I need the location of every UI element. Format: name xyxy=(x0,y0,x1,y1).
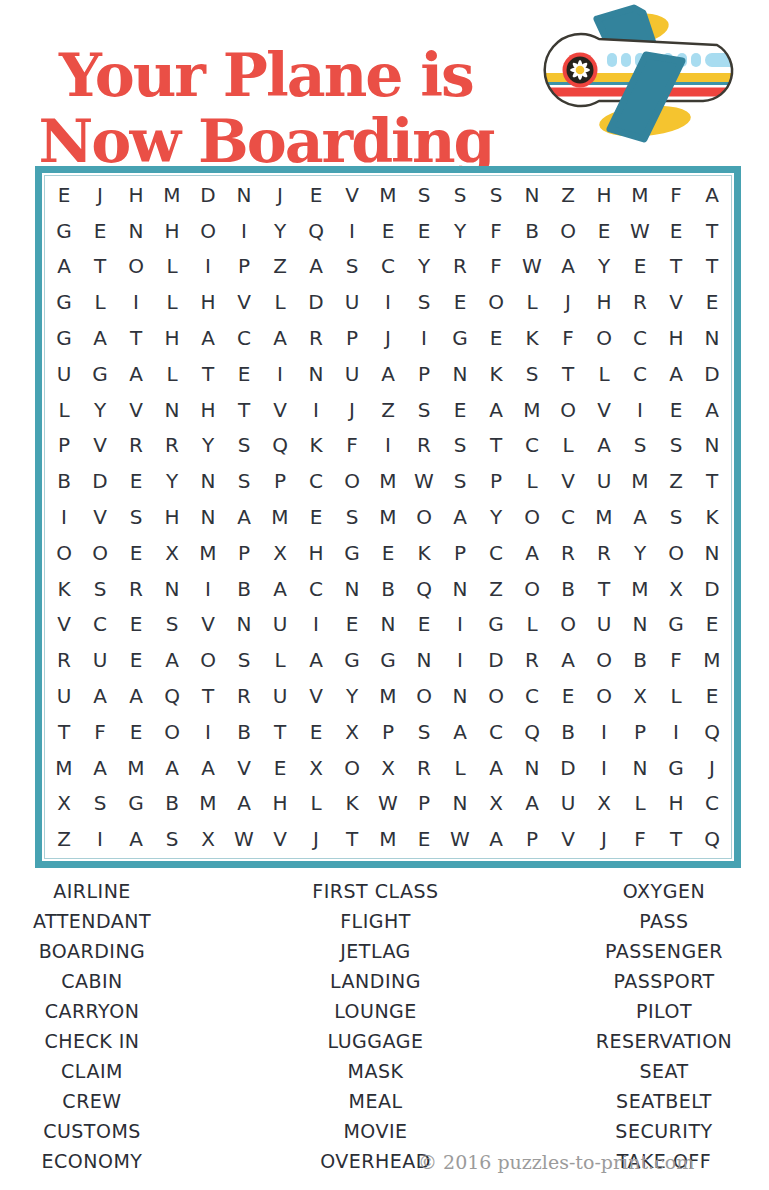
grid-cell: E xyxy=(622,249,658,285)
grid-cell: L xyxy=(298,785,334,821)
grid-cell: I xyxy=(118,284,154,320)
grid-cell: E xyxy=(658,213,694,249)
grid-cell: E xyxy=(694,678,730,714)
grid-cell: M xyxy=(586,499,622,535)
grid-cell: W xyxy=(406,463,442,499)
grid-cell: F xyxy=(550,320,586,356)
word-list-item: RESERVATION xyxy=(568,1026,760,1056)
grid-cell: W xyxy=(442,821,478,857)
grid-cell: Y xyxy=(334,678,370,714)
grid-cell: B xyxy=(226,571,262,607)
grid-cell: T xyxy=(586,571,622,607)
grid-cell: S xyxy=(334,249,370,285)
grid-cell: L xyxy=(586,356,622,392)
grid-cell: H xyxy=(190,392,226,428)
grid-cell: O xyxy=(478,284,514,320)
grid-cell: R xyxy=(406,750,442,786)
word-list-item: ATTENDANT xyxy=(3,906,181,936)
word-list-item: FLIGHT xyxy=(283,906,468,936)
grid-cell: V xyxy=(262,392,298,428)
grid-cell: Z xyxy=(370,392,406,428)
grid-cell: U xyxy=(586,463,622,499)
grid-cell: G xyxy=(334,535,370,571)
grid-cell: V xyxy=(226,284,262,320)
grid-cell: L xyxy=(154,284,190,320)
grid-cell: I xyxy=(442,606,478,642)
grid-cell: A xyxy=(82,750,118,786)
grid-cell: R xyxy=(622,284,658,320)
grid-cell: A xyxy=(550,249,586,285)
grid-cell: M xyxy=(370,821,406,857)
grid-cell: A xyxy=(694,392,730,428)
word-list-item: CARRYON xyxy=(3,996,181,1026)
grid-cell: U xyxy=(334,284,370,320)
grid-cell: N xyxy=(298,356,334,392)
grid-cell: I xyxy=(370,428,406,464)
grid-cell: U xyxy=(46,678,82,714)
word-list-item: SECURITY xyxy=(568,1116,760,1146)
grid-cell: O xyxy=(406,499,442,535)
grid-cell: U xyxy=(334,356,370,392)
grid-cell: A xyxy=(694,177,730,213)
grid-cell: G xyxy=(46,213,82,249)
word-list-item: OXYGEN xyxy=(568,876,760,906)
grid-cell: E xyxy=(442,284,478,320)
grid-cell: U xyxy=(262,606,298,642)
grid-cell: E xyxy=(118,535,154,571)
grid-cell: P xyxy=(478,463,514,499)
grid-cell: S xyxy=(478,177,514,213)
page-title-line2: Now Boarding xyxy=(0,108,532,174)
grid-cell: E xyxy=(370,213,406,249)
grid-cell: J xyxy=(262,177,298,213)
grid-cell: M xyxy=(154,177,190,213)
grid-cell: L xyxy=(514,284,550,320)
grid-cell: V xyxy=(190,606,226,642)
grid-cell: U xyxy=(46,356,82,392)
grid-cell: E xyxy=(46,177,82,213)
word-list-column-1: AIRLINEATTENDANTBOARDINGCABINCARRYONCHEC… xyxy=(3,876,181,1176)
word-list-item: MASK xyxy=(283,1056,468,1086)
grid-cell: H xyxy=(586,177,622,213)
grid-cell: V xyxy=(550,821,586,857)
grid-cell: X xyxy=(478,785,514,821)
grid-cell: N xyxy=(334,571,370,607)
grid-cell: R xyxy=(46,642,82,678)
grid-cell: E xyxy=(442,392,478,428)
grid-cell: G xyxy=(46,284,82,320)
grid-cell: L xyxy=(514,463,550,499)
word-list-item: CLAIM xyxy=(3,1056,181,1086)
word-list-item: LANDING xyxy=(283,966,468,996)
grid-cell: A xyxy=(226,785,262,821)
grid-cell: V xyxy=(658,284,694,320)
grid-cell: S xyxy=(118,499,154,535)
grid-cell: O xyxy=(550,213,586,249)
grid-cell: S xyxy=(622,428,658,464)
grid-cell: I xyxy=(406,320,442,356)
grid-cell: T xyxy=(82,249,118,285)
grid-cell: A xyxy=(82,320,118,356)
grid-cell: E xyxy=(118,606,154,642)
grid-cell: L xyxy=(262,642,298,678)
grid-cell: T xyxy=(478,428,514,464)
grid-cell: S xyxy=(658,499,694,535)
grid-cell: K xyxy=(514,320,550,356)
grid-cell: Y xyxy=(622,535,658,571)
grid-cell: Z xyxy=(550,177,586,213)
grid-cell: S xyxy=(226,428,262,464)
grid-cell: G xyxy=(658,750,694,786)
grid-cell: D xyxy=(478,642,514,678)
grid-cell: Z xyxy=(46,821,82,857)
grid-cell: P xyxy=(370,714,406,750)
grid-cell: H xyxy=(154,499,190,535)
grid-cell: B xyxy=(514,213,550,249)
grid-cell: M xyxy=(118,750,154,786)
grid-cell: A xyxy=(622,499,658,535)
grid-cell: V xyxy=(82,428,118,464)
grid-cell: S xyxy=(406,177,442,213)
grid-cell: C xyxy=(514,678,550,714)
word-search-board: EJHMDNJEVMSSSNZHMFAGENHOIYQIEEYFBOEWETAT… xyxy=(35,166,741,868)
grid-cell: I xyxy=(262,356,298,392)
grid-cell: A xyxy=(478,821,514,857)
word-list-item: PILOT xyxy=(568,996,760,1026)
grid-cell: R xyxy=(298,320,334,356)
grid-cell: N xyxy=(370,606,406,642)
grid-cell: M xyxy=(190,785,226,821)
word-list-item: CHECK IN xyxy=(3,1026,181,1056)
grid-cell: P xyxy=(262,463,298,499)
grid-cell: V xyxy=(334,177,370,213)
grid-cell: T xyxy=(190,356,226,392)
grid-cell: E xyxy=(370,535,406,571)
grid-cell: G xyxy=(334,642,370,678)
grid-cell: B xyxy=(550,714,586,750)
word-list-item: MOVIE xyxy=(283,1116,468,1146)
grid-cell: A xyxy=(298,249,334,285)
grid-cell: V xyxy=(82,499,118,535)
grid-cell: O xyxy=(514,499,550,535)
word-list-item: CREW xyxy=(3,1086,181,1116)
grid-cell: U xyxy=(82,642,118,678)
grid-cell: M xyxy=(46,750,82,786)
grid-cell: O xyxy=(154,714,190,750)
word-list-item: LOUNGE xyxy=(283,996,468,1026)
word-list-item: BOARDING xyxy=(3,936,181,966)
grid-cell: E xyxy=(478,320,514,356)
grid-cell: X xyxy=(586,785,622,821)
grid-cell: M xyxy=(694,642,730,678)
grid-cell: O xyxy=(118,249,154,285)
grid-cell: P xyxy=(406,785,442,821)
grid-cell: A xyxy=(514,535,550,571)
grid-cell: I xyxy=(298,606,334,642)
grid-cell: C xyxy=(478,535,514,571)
grid-cell: E xyxy=(406,606,442,642)
grid-cell: E xyxy=(262,750,298,786)
word-list-item: FIRST CLASS xyxy=(283,876,468,906)
grid-cell: Z xyxy=(658,463,694,499)
grid-cell: T xyxy=(46,714,82,750)
grid-cell: C xyxy=(226,320,262,356)
grid-cell: I xyxy=(298,392,334,428)
grid-cell: O xyxy=(334,463,370,499)
grid-cell: F xyxy=(622,821,658,857)
grid-cell: F xyxy=(478,213,514,249)
grid-cell: O xyxy=(190,642,226,678)
grid-cell: H xyxy=(658,785,694,821)
grid-cell: P xyxy=(622,714,658,750)
grid-cell: K xyxy=(46,571,82,607)
grid-cell: P xyxy=(442,535,478,571)
grid-cell: X xyxy=(298,750,334,786)
grid-cell: R xyxy=(118,428,154,464)
grid-cell: M xyxy=(622,571,658,607)
grid-cell: O xyxy=(586,320,622,356)
grid-cell: S xyxy=(406,392,442,428)
grid-cell: N xyxy=(442,571,478,607)
grid-cell: Z xyxy=(478,571,514,607)
grid-cell: O xyxy=(46,535,82,571)
grid-cell: G xyxy=(118,785,154,821)
grid-cell: Q xyxy=(694,821,730,857)
grid-cell: S xyxy=(226,642,262,678)
grid-cell: V xyxy=(262,821,298,857)
grid-cell: Q xyxy=(694,714,730,750)
grid-cell: M xyxy=(370,499,406,535)
grid-cell: A xyxy=(226,499,262,535)
airplane-icon xyxy=(533,3,759,155)
grid-cell: I xyxy=(334,213,370,249)
grid-cell: Y xyxy=(586,249,622,285)
grid-cell: L xyxy=(514,606,550,642)
grid-cell: F xyxy=(334,428,370,464)
word-list-item: PASS xyxy=(568,906,760,936)
grid-cell: L xyxy=(658,678,694,714)
grid-cell: T xyxy=(118,320,154,356)
grid-cell: A xyxy=(154,750,190,786)
copyright-notice: © 2016 puzzles-to-print.com xyxy=(418,1151,694,1173)
grid-cell: M xyxy=(622,177,658,213)
grid-cell: D xyxy=(694,356,730,392)
grid-cell: T xyxy=(658,249,694,285)
grid-cell: L xyxy=(622,785,658,821)
grid-cell: N xyxy=(442,678,478,714)
grid-cell: M xyxy=(262,499,298,535)
grid-cell: S xyxy=(226,463,262,499)
grid-cell: P xyxy=(514,821,550,857)
grid-cell: K xyxy=(478,356,514,392)
grid-cell: E xyxy=(298,177,334,213)
grid-cell: W xyxy=(622,213,658,249)
grid-cell: E xyxy=(334,606,370,642)
grid-cell: N xyxy=(190,499,226,535)
grid-cell: E xyxy=(118,714,154,750)
propeller-icon xyxy=(563,53,598,88)
grid-cell: A xyxy=(118,678,154,714)
grid-cell: S xyxy=(442,463,478,499)
word-list-item: PASSENGER xyxy=(568,936,760,966)
grid-cell: C xyxy=(694,785,730,821)
grid-cell: L xyxy=(550,428,586,464)
grid-cell: S xyxy=(406,284,442,320)
grid-cell: Q xyxy=(406,571,442,607)
grid-cell: B xyxy=(550,571,586,607)
word-list-item: SEATBELT xyxy=(568,1086,760,1116)
grid-cell: X xyxy=(262,535,298,571)
grid-cell: R xyxy=(118,571,154,607)
grid-cell: I xyxy=(586,750,622,786)
grid-cell: D xyxy=(298,284,334,320)
grid-cell: L xyxy=(262,284,298,320)
word-list-column-3: OXYGENPASSPASSENGERPASSPORTPILOTRESERVAT… xyxy=(568,876,760,1176)
grid-cell: I xyxy=(190,571,226,607)
grid-cell: R xyxy=(442,249,478,285)
grid-cell: G xyxy=(442,320,478,356)
grid-cell: Y xyxy=(442,213,478,249)
grid-cell: H xyxy=(262,785,298,821)
grid-cell: C xyxy=(514,428,550,464)
grid-cell: O xyxy=(406,678,442,714)
grid-cell: O xyxy=(586,678,622,714)
word-list-item: ECONOMY xyxy=(3,1146,181,1176)
grid-cell: B xyxy=(46,463,82,499)
word-list-item: LUGGAGE xyxy=(283,1026,468,1056)
grid-cell: K xyxy=(694,499,730,535)
grid-cell: H xyxy=(298,535,334,571)
grid-cell: Q xyxy=(298,213,334,249)
grid-cell: G xyxy=(658,606,694,642)
grid-cell: N xyxy=(514,750,550,786)
word-list-item: CABIN xyxy=(3,966,181,996)
grid-cell: T xyxy=(262,714,298,750)
grid-cell: J xyxy=(82,177,118,213)
grid-cell: S xyxy=(442,177,478,213)
grid-cell: I xyxy=(226,213,262,249)
grid-cell: N xyxy=(118,213,154,249)
grid-cell: E xyxy=(550,678,586,714)
grid-cell: S xyxy=(514,356,550,392)
grid-cell: G xyxy=(46,320,82,356)
grid-cell: J xyxy=(298,821,334,857)
grid-cell: V xyxy=(550,463,586,499)
grid-cell: E xyxy=(298,499,334,535)
grid-cell: Y xyxy=(154,463,190,499)
grid-cell: C xyxy=(622,320,658,356)
grid-cell: D xyxy=(550,750,586,786)
grid-cell: R xyxy=(226,678,262,714)
grid-cell: G xyxy=(478,606,514,642)
grid-cell: C xyxy=(298,463,334,499)
grid-cell: C xyxy=(370,249,406,285)
grid-cell: C xyxy=(478,714,514,750)
grid-cell: R xyxy=(406,428,442,464)
grid-cell: X xyxy=(154,535,190,571)
grid-cell: S xyxy=(406,714,442,750)
grid-cell: A xyxy=(478,750,514,786)
grid-cell: I xyxy=(370,284,406,320)
grid-cell: E xyxy=(82,213,118,249)
grid-cell: B xyxy=(154,785,190,821)
grid-cell: S xyxy=(154,606,190,642)
grid-cell: S xyxy=(334,499,370,535)
grid-cell: T xyxy=(694,213,730,249)
grid-cell: E xyxy=(658,392,694,428)
grid-cell: P xyxy=(226,535,262,571)
grid-cell: O xyxy=(586,642,622,678)
grid-cell: H xyxy=(154,213,190,249)
grid-cell: I xyxy=(442,642,478,678)
grid-cell: M xyxy=(622,463,658,499)
grid-cell: N xyxy=(154,571,190,607)
grid-cell: V xyxy=(586,392,622,428)
grid-cell: T xyxy=(694,249,730,285)
grid-cell: N xyxy=(694,428,730,464)
grid-cell: O xyxy=(190,213,226,249)
grid-cell: A xyxy=(442,499,478,535)
grid-cell: N xyxy=(154,392,190,428)
grid-cell: G xyxy=(82,356,118,392)
grid-cell: E xyxy=(694,284,730,320)
grid-cell: N xyxy=(622,606,658,642)
grid-cell: I xyxy=(190,714,226,750)
grid-cell: A xyxy=(82,678,118,714)
grid-cell: T xyxy=(658,821,694,857)
grid-cell: S xyxy=(442,428,478,464)
grid-cell: M xyxy=(370,678,406,714)
grid-cell: P xyxy=(46,428,82,464)
grid-cell: J xyxy=(586,821,622,857)
grid-cell: V xyxy=(226,750,262,786)
grid-cell: O xyxy=(82,535,118,571)
word-list-item: MEAL xyxy=(283,1086,468,1116)
grid-cell: A xyxy=(190,750,226,786)
grid-cell: F xyxy=(658,177,694,213)
grid-cell: U xyxy=(586,606,622,642)
grid-cell: M xyxy=(190,535,226,571)
grid-cell: Y xyxy=(262,213,298,249)
grid-cell: O xyxy=(514,571,550,607)
grid-cell: L xyxy=(442,750,478,786)
grid-cell: F xyxy=(658,642,694,678)
grid-cell: B xyxy=(226,714,262,750)
grid-cell: Y xyxy=(406,249,442,285)
grid-cell: A xyxy=(370,356,406,392)
grid-cell: N xyxy=(226,606,262,642)
grid-cell: D xyxy=(694,571,730,607)
grid-cell: N xyxy=(694,535,730,571)
grid-cell: R xyxy=(586,535,622,571)
word-list-item: SEAT xyxy=(568,1056,760,1086)
grid-cell: C xyxy=(82,606,118,642)
grid-cell: M xyxy=(514,392,550,428)
grid-cell: L xyxy=(82,284,118,320)
grid-cell: H xyxy=(658,320,694,356)
grid-cell: Q xyxy=(154,678,190,714)
grid-cell: K xyxy=(406,535,442,571)
grid-cell: P xyxy=(406,356,442,392)
grid-cell: A xyxy=(298,642,334,678)
grid-cell: J xyxy=(550,284,586,320)
grid-cell: O xyxy=(658,535,694,571)
grid-cell: H xyxy=(586,284,622,320)
grid-cell: M xyxy=(370,177,406,213)
grid-cell: J xyxy=(694,750,730,786)
grid-cell: G xyxy=(370,642,406,678)
grid-cell: E xyxy=(226,356,262,392)
